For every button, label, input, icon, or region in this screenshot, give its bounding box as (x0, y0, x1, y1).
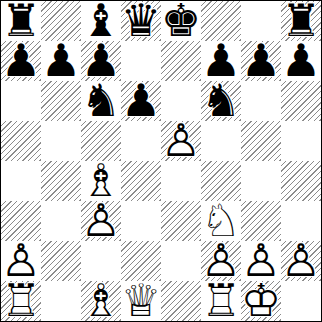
square-a5[interactable] (1, 121, 41, 161)
chess-board: ♜♜♝♝♛♛♚♚♜♜♟♟♟♟♟♟♟♟♟♟♟♟♞♞♟♟♞♞♟♙♝♗♟♙♞♘♟♙♟♙… (1, 1, 321, 321)
square-b1[interactable] (41, 281, 81, 321)
square-d4[interactable] (121, 161, 161, 201)
white-pawn-icon: ♙ (81, 201, 121, 241)
square-e4[interactable] (161, 161, 201, 201)
square-d3[interactable] (121, 201, 161, 241)
white-rook-f1: ♜♖ (201, 281, 241, 321)
square-e7[interactable] (161, 41, 201, 81)
square-d8[interactable]: ♛♛ (121, 1, 161, 41)
square-d5[interactable] (121, 121, 161, 161)
black-knight-f6: ♞♞ (201, 81, 241, 121)
square-g1[interactable]: ♚♔ (241, 281, 281, 321)
square-b2[interactable] (41, 241, 81, 281)
black-queen-d8: ♛♛ (121, 1, 161, 41)
square-a7[interactable]: ♟♟ (1, 41, 41, 81)
black-king-icon: ♚ (161, 1, 201, 41)
white-pawn-icon: ♙ (281, 241, 321, 281)
square-e5[interactable]: ♟♙ (161, 121, 201, 161)
square-f6[interactable]: ♞♞ (201, 81, 241, 121)
square-h7[interactable]: ♟♟ (281, 41, 321, 81)
square-f1[interactable]: ♜♖ (201, 281, 241, 321)
black-knight-c6: ♞♞ (81, 81, 121, 121)
square-g5[interactable] (241, 121, 281, 161)
square-b4[interactable] (41, 161, 81, 201)
black-pawn-icon: ♟ (121, 81, 161, 121)
white-rook-a1: ♜♖ (1, 281, 41, 321)
white-queen-icon: ♕ (121, 281, 161, 321)
black-pawn-icon: ♟ (1, 41, 41, 81)
black-knight-icon: ♞ (81, 81, 121, 121)
square-h4[interactable] (281, 161, 321, 201)
black-pawn-g7: ♟♟ (241, 41, 281, 81)
white-queen-d1: ♛♕ (121, 281, 161, 321)
square-d6[interactable]: ♟♟ (121, 81, 161, 121)
square-a6[interactable] (1, 81, 41, 121)
square-a1[interactable]: ♜♖ (1, 281, 41, 321)
white-pawn-e5: ♟♙ (161, 121, 201, 161)
square-f5[interactable] (201, 121, 241, 161)
white-pawn-h2: ♟♙ (281, 241, 321, 281)
black-pawn-icon: ♟ (41, 41, 81, 81)
white-rook-icon: ♖ (201, 281, 241, 321)
white-bishop-c1: ♝♗ (81, 281, 121, 321)
square-g7[interactable]: ♟♟ (241, 41, 281, 81)
chess-diagram: ♜♜♝♝♛♛♚♚♜♜♟♟♟♟♟♟♟♟♟♟♟♟♞♞♟♟♞♞♟♙♝♗♟♙♞♘♟♙♟♙… (0, 0, 322, 322)
square-g4[interactable] (241, 161, 281, 201)
black-pawn-b7: ♟♟ (41, 41, 81, 81)
square-b6[interactable] (41, 81, 81, 121)
white-pawn-c3: ♟♙ (81, 201, 121, 241)
black-king-e8: ♚♚ (161, 1, 201, 41)
square-e8[interactable]: ♚♚ (161, 1, 201, 41)
square-g6[interactable] (241, 81, 281, 121)
square-a4[interactable] (1, 161, 41, 201)
black-pawn-h7: ♟♟ (281, 41, 321, 81)
square-h5[interactable] (281, 121, 321, 161)
square-c1[interactable]: ♝♗ (81, 281, 121, 321)
square-e3[interactable] (161, 201, 201, 241)
square-c3[interactable]: ♟♙ (81, 201, 121, 241)
square-h1[interactable] (281, 281, 321, 321)
white-bishop-icon: ♗ (81, 281, 121, 321)
black-pawn-a7: ♟♟ (1, 41, 41, 81)
square-h2[interactable]: ♟♙ (281, 241, 321, 281)
white-king-icon: ♔ (241, 281, 281, 321)
white-king-g1: ♚♔ (241, 281, 281, 321)
square-d1[interactable]: ♛♕ (121, 281, 161, 321)
black-pawn-icon: ♟ (241, 41, 281, 81)
black-queen-icon: ♛ (121, 1, 161, 41)
black-knight-icon: ♞ (201, 81, 241, 121)
square-b5[interactable] (41, 121, 81, 161)
square-e2[interactable] (161, 241, 201, 281)
square-e1[interactable] (161, 281, 201, 321)
white-rook-icon: ♖ (1, 281, 41, 321)
square-b7[interactable]: ♟♟ (41, 41, 81, 81)
square-h6[interactable] (281, 81, 321, 121)
white-pawn-icon: ♙ (161, 121, 201, 161)
square-c6[interactable]: ♞♞ (81, 81, 121, 121)
black-pawn-d6: ♟♟ (121, 81, 161, 121)
black-pawn-icon: ♟ (281, 41, 321, 81)
square-b3[interactable] (41, 201, 81, 241)
